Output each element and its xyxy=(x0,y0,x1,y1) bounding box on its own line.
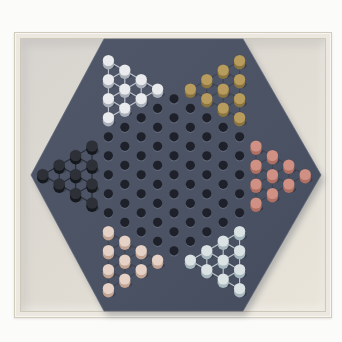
hole[interactable] xyxy=(186,218,195,227)
peg-gold[interactable] xyxy=(201,74,212,89)
peg-top xyxy=(250,197,261,208)
hole[interactable] xyxy=(153,123,162,132)
hole[interactable] xyxy=(169,227,178,236)
peg-top xyxy=(250,178,261,189)
peg-salmon[interactable] xyxy=(250,178,261,192)
peg-top xyxy=(119,102,130,113)
hole[interactable] xyxy=(153,104,162,113)
peg-top xyxy=(250,159,261,170)
hole[interactable] xyxy=(186,180,195,189)
peg-top xyxy=(103,93,114,104)
peg-white[interactable] xyxy=(103,55,114,70)
peg-top xyxy=(185,254,196,265)
peg-top xyxy=(54,159,65,170)
peg-black[interactable] xyxy=(70,169,81,183)
peg-top xyxy=(136,74,147,85)
hole[interactable] xyxy=(219,199,228,208)
peg-blush[interactable] xyxy=(136,264,147,279)
hole[interactable] xyxy=(104,189,113,198)
peg-blush[interactable] xyxy=(103,245,114,259)
hole[interactable] xyxy=(120,199,129,208)
peg-salmon[interactable] xyxy=(250,159,261,173)
hole[interactable] xyxy=(153,218,162,227)
peg-blush[interactable] xyxy=(103,283,114,298)
peg-salmon[interactable] xyxy=(267,169,278,183)
hole[interactable] xyxy=(202,227,211,236)
hole[interactable] xyxy=(235,208,244,217)
peg-top xyxy=(136,93,147,104)
hole[interactable] xyxy=(219,142,228,151)
hole[interactable] xyxy=(169,132,178,141)
hole[interactable] xyxy=(169,208,178,217)
peg-top xyxy=(119,235,130,246)
hole[interactable] xyxy=(202,170,211,179)
hole[interactable] xyxy=(235,151,244,160)
peg-top xyxy=(201,264,212,275)
peg-pale-blue[interactable] xyxy=(234,226,245,240)
hole[interactable] xyxy=(120,142,129,151)
peg-top xyxy=(267,169,278,180)
peg-top xyxy=(103,74,114,85)
peg-black[interactable] xyxy=(37,169,48,183)
peg-pale-blue[interactable] xyxy=(218,273,229,288)
peg-top xyxy=(70,188,81,199)
peg-gold[interactable] xyxy=(218,64,229,79)
peg-black[interactable] xyxy=(86,178,97,192)
peg-white[interactable] xyxy=(103,93,114,108)
peg-top xyxy=(201,245,212,256)
peg-top xyxy=(201,74,212,85)
peg-black[interactable] xyxy=(70,188,81,202)
hole[interactable] xyxy=(169,170,178,179)
hole[interactable] xyxy=(169,189,178,198)
hole[interactable] xyxy=(219,218,228,227)
peg-gold[interactable] xyxy=(234,55,245,70)
hole[interactable] xyxy=(153,237,162,246)
peg-top xyxy=(103,245,114,256)
hole[interactable] xyxy=(202,132,211,141)
hole[interactable] xyxy=(186,161,195,170)
peg-top xyxy=(86,197,97,208)
peg-top xyxy=(234,74,245,85)
peg-top xyxy=(119,273,130,284)
photo-scene xyxy=(0,0,342,342)
peg-top xyxy=(119,64,130,75)
peg-top xyxy=(136,245,147,256)
peg-pale-blue[interactable] xyxy=(218,235,229,249)
peg-top xyxy=(283,159,294,170)
peg-top xyxy=(119,254,130,265)
peg-pale-blue[interactable] xyxy=(218,254,229,268)
peg-top xyxy=(218,254,229,265)
hole[interactable] xyxy=(120,123,129,132)
peg-salmon[interactable] xyxy=(267,188,278,202)
peg-salmon[interactable] xyxy=(250,197,261,211)
peg-pale-blue[interactable] xyxy=(201,264,212,279)
hole[interactable] xyxy=(202,208,211,217)
peg-top xyxy=(119,83,130,94)
peg-top xyxy=(300,169,311,180)
board-svg xyxy=(0,0,342,342)
peg-gold[interactable] xyxy=(201,93,212,108)
peg-top xyxy=(103,55,114,66)
peg-top xyxy=(250,140,261,151)
peg-top xyxy=(218,83,229,94)
peg-top xyxy=(234,245,245,256)
hole[interactable] xyxy=(137,227,146,236)
hole[interactable] xyxy=(235,132,244,141)
hole[interactable] xyxy=(104,208,113,217)
peg-top xyxy=(103,283,114,294)
hole[interactable] xyxy=(153,142,162,151)
peg-top xyxy=(234,55,245,66)
peg-blush[interactable] xyxy=(103,264,114,279)
peg-blush[interactable] xyxy=(152,254,163,268)
peg-top xyxy=(70,150,81,161)
peg-blush[interactable] xyxy=(119,235,130,249)
peg-white[interactable] xyxy=(119,64,130,79)
peg-black[interactable] xyxy=(54,159,65,173)
hole[interactable] xyxy=(235,189,244,198)
hole[interactable] xyxy=(137,208,146,217)
hole[interactable] xyxy=(169,94,178,103)
peg-gold[interactable] xyxy=(218,102,229,117)
peg-salmon[interactable] xyxy=(283,178,294,192)
peg-gold[interactable] xyxy=(185,83,196,98)
peg-top xyxy=(218,235,229,246)
peg-top xyxy=(185,83,196,94)
peg-white[interactable] xyxy=(119,83,130,98)
peg-blush[interactable] xyxy=(119,254,130,268)
peg-top xyxy=(54,178,65,189)
peg-white[interactable] xyxy=(103,112,114,127)
peg-blush[interactable] xyxy=(136,245,147,259)
peg-white[interactable] xyxy=(136,74,147,89)
hole[interactable] xyxy=(186,142,195,151)
peg-top xyxy=(86,140,97,151)
peg-top xyxy=(267,188,278,199)
peg-top xyxy=(103,112,114,123)
hole[interactable] xyxy=(137,151,146,160)
hole[interactable] xyxy=(120,218,129,227)
peg-top xyxy=(86,159,97,170)
hole[interactable] xyxy=(120,161,129,170)
hole[interactable] xyxy=(169,113,178,122)
hole[interactable] xyxy=(120,180,129,189)
peg-top xyxy=(201,93,212,104)
hole[interactable] xyxy=(169,151,178,160)
hole[interactable] xyxy=(202,189,211,198)
peg-black[interactable] xyxy=(86,140,97,154)
peg-top xyxy=(70,169,81,180)
hole[interactable] xyxy=(186,104,195,113)
peg-white[interactable] xyxy=(119,102,130,117)
peg-top xyxy=(103,264,114,275)
peg-top xyxy=(218,273,229,284)
peg-gold[interactable] xyxy=(234,74,245,89)
peg-top xyxy=(152,83,163,94)
hole[interactable] xyxy=(104,151,113,160)
peg-blush[interactable] xyxy=(103,226,114,240)
hole[interactable] xyxy=(186,199,195,208)
peg-gold[interactable] xyxy=(218,83,229,98)
peg-salmon[interactable] xyxy=(267,150,278,164)
peg-top xyxy=(136,264,147,275)
peg-top xyxy=(218,102,229,113)
peg-top xyxy=(234,93,245,104)
peg-black[interactable] xyxy=(54,178,65,192)
hole[interactable] xyxy=(186,123,195,132)
peg-salmon[interactable] xyxy=(283,159,294,173)
peg-top xyxy=(234,264,245,275)
peg-blush[interactable] xyxy=(119,273,130,288)
peg-pale-blue[interactable] xyxy=(201,245,212,259)
peg-top xyxy=(234,112,245,123)
peg-gold[interactable] xyxy=(234,93,245,108)
hole[interactable] xyxy=(186,237,195,246)
peg-black[interactable] xyxy=(86,197,97,211)
hole[interactable] xyxy=(169,246,178,255)
peg-salmon[interactable] xyxy=(300,169,311,183)
hole[interactable] xyxy=(137,113,146,122)
peg-pale-blue[interactable] xyxy=(185,254,196,268)
hole[interactable] xyxy=(104,170,113,179)
peg-salmon[interactable] xyxy=(250,140,261,154)
peg-top xyxy=(86,178,97,189)
hole[interactable] xyxy=(137,170,146,179)
peg-top xyxy=(267,150,278,161)
peg-pale-blue[interactable] xyxy=(234,264,245,279)
peg-top xyxy=(234,283,245,294)
peg-top xyxy=(152,254,163,265)
peg-top xyxy=(218,64,229,75)
hole[interactable] xyxy=(202,113,211,122)
hole[interactable] xyxy=(235,170,244,179)
hole[interactable] xyxy=(153,161,162,170)
peg-black[interactable] xyxy=(70,150,81,164)
peg-pale-blue[interactable] xyxy=(234,283,245,298)
peg-gold[interactable] xyxy=(234,112,245,127)
hole[interactable] xyxy=(137,132,146,141)
peg-top xyxy=(37,169,48,180)
hole[interactable] xyxy=(104,132,113,141)
hole[interactable] xyxy=(219,123,228,132)
peg-black[interactable] xyxy=(86,159,97,173)
hole[interactable] xyxy=(219,180,228,189)
peg-pale-blue[interactable] xyxy=(234,245,245,259)
hole[interactable] xyxy=(202,151,211,160)
peg-top xyxy=(283,178,294,189)
hole[interactable] xyxy=(153,199,162,208)
peg-top xyxy=(234,226,245,237)
peg-top xyxy=(103,226,114,237)
peg-white[interactable] xyxy=(152,83,163,98)
hole[interactable] xyxy=(153,180,162,189)
hole[interactable] xyxy=(219,161,228,170)
peg-white[interactable] xyxy=(103,74,114,89)
peg-white[interactable] xyxy=(136,93,147,108)
hole[interactable] xyxy=(137,189,146,198)
